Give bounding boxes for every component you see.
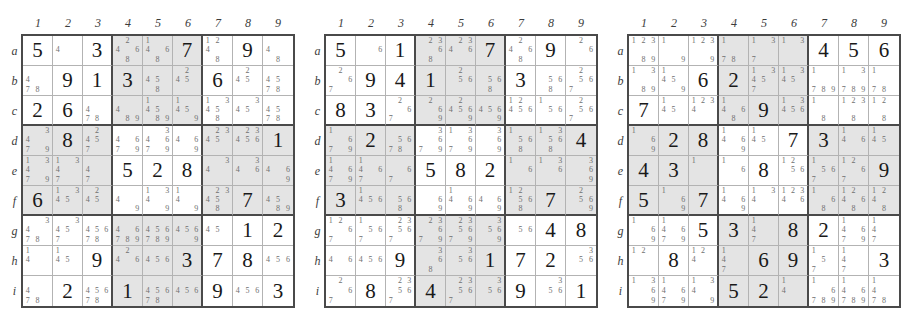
candidate-9: 9 <box>42 175 52 185</box>
cell-a9[interactable]: 48 <box>263 36 293 66</box>
candidate-1: 1 <box>326 156 336 166</box>
cell-f5[interactable]: 1349 <box>143 186 173 216</box>
cell-a1[interactable]: 12389 <box>629 36 659 66</box>
cell-g6[interactable]: 3569 <box>476 216 506 246</box>
cell-b9[interactable]: 2567 <box>566 66 596 96</box>
cell-i2[interactable]: 8 <box>356 276 386 306</box>
cell-g7[interactable]: 56 <box>506 216 536 246</box>
candidate-empty <box>759 85 769 95</box>
cell-f5[interactable]: 1469 <box>446 186 476 216</box>
cell-f7[interactable]: 12568 <box>506 186 536 216</box>
cell-e8[interactable]: 136 <box>536 156 566 186</box>
cell-b2[interactable]: 9 <box>53 66 83 96</box>
cell-a6[interactable]: 7 <box>173 36 203 66</box>
candidate-empty <box>759 205 769 214</box>
cell-b9[interactable]: 178 <box>869 66 899 96</box>
cell-g6[interactable]: 8 <box>779 216 809 246</box>
cell-a4[interactable]: 2368 <box>416 36 446 66</box>
cell-e6[interactable]: 8 <box>173 156 203 186</box>
cell-g9[interactable]: 147 <box>869 216 899 246</box>
cell-b3[interactable]: 4 <box>386 66 416 96</box>
cell-g5[interactable]: 235679 <box>446 216 476 246</box>
candidate-empty <box>243 296 253 306</box>
cell-d4[interactable]: 1469 <box>719 126 749 156</box>
cell-d5[interactable]: 13679 <box>446 126 476 156</box>
cell-e2[interactable]: 1347 <box>53 156 83 186</box>
cell-h3[interactable]: 9 <box>386 246 416 276</box>
cell-f6[interactable]: 12346 <box>779 186 809 216</box>
cell-i2[interactable]: 14679 <box>659 276 689 306</box>
candidate-empty <box>375 246 385 256</box>
cell-e7[interactable]: 1567 <box>809 156 839 186</box>
candidate-1: 1 <box>869 126 879 136</box>
cell-h1[interactable]: 12 <box>629 246 659 276</box>
cell-i5[interactable]: 2 <box>749 276 779 306</box>
cell-f9[interactable]: 4589 <box>263 186 293 216</box>
cell-c1[interactable]: 7 <box>629 96 659 126</box>
candidate-empty <box>283 76 293 86</box>
cell-c9[interactable]: 2567 <box>566 96 596 126</box>
cell-a6[interactable]: 13 <box>779 36 809 66</box>
cell-b7[interactable]: 6 <box>203 66 233 96</box>
cell-f2[interactable]: 1456 <box>356 186 386 216</box>
cell-c8[interactable]: 345 <box>233 96 263 126</box>
cell-f4[interactable]: 69 <box>416 186 446 216</box>
cell-c3[interactable]: 267 <box>386 96 416 126</box>
cell-e5[interactable]: 2 <box>143 156 173 186</box>
cell-f9[interactable]: 2569 <box>566 186 596 216</box>
cell-e4[interactable]: 5 <box>416 156 446 186</box>
cell-f4[interactable]: 1469 <box>719 186 749 216</box>
candidate-empty <box>566 46 576 56</box>
cell-d7[interactable]: 1568 <box>506 126 536 156</box>
cell-g1[interactable]: 169 <box>629 216 659 246</box>
cell-d4[interactable]: 3679 <box>416 126 446 156</box>
cell-b6[interactable]: 245 <box>173 66 203 96</box>
cell-e9[interactable]: 9 <box>869 156 899 186</box>
candidate-5: 5 <box>456 286 466 296</box>
cell-i4[interactable]: 1 <box>113 276 143 306</box>
cell-f8[interactable]: 12468 <box>839 186 869 216</box>
cell-a7[interactable]: 4 <box>809 36 839 66</box>
candidate-empty <box>759 36 769 46</box>
cell-g5[interactable]: 147 <box>749 216 779 246</box>
cell-b2[interactable]: 1459 <box>659 66 689 96</box>
cell-c6[interactable]: 4569 <box>476 96 506 126</box>
cell-b1[interactable]: 478 <box>23 66 53 96</box>
cell-d2[interactable]: 8 <box>53 126 83 156</box>
cell-a7[interactable]: 2468 <box>506 36 536 66</box>
cell-a8[interactable]: 5 <box>839 36 869 66</box>
cell-d8[interactable]: 23456 <box>233 126 263 156</box>
cell-e2[interactable]: 1467 <box>356 156 386 186</box>
cell-d8[interactable]: 13568 <box>536 126 566 156</box>
cell-h9[interactable]: 456 <box>263 246 293 276</box>
cell-e4[interactable]: 16 <box>719 156 749 186</box>
cell-i5[interactable]: 23567 <box>446 276 476 306</box>
cell-b8[interactable]: 568 <box>536 66 566 96</box>
cell-c5[interactable]: 14589 <box>143 96 173 126</box>
candidate-empty <box>273 156 283 166</box>
candidate-empty <box>719 145 729 155</box>
candidate-empty <box>869 115 879 124</box>
cell-h1[interactable]: 46 <box>326 246 356 276</box>
big-digit: 7 <box>536 186 565 214</box>
cell-a3[interactable]: 3 <box>83 36 113 66</box>
cell-i4[interactable]: 4 <box>416 276 446 306</box>
cell-c7[interactable]: 12456 <box>506 96 536 126</box>
cell-c4[interactable]: 489 <box>113 96 143 126</box>
candidate-empty <box>113 96 123 105</box>
cell-a9[interactable]: 6 <box>869 36 899 66</box>
cell-b3[interactable]: 1 <box>83 66 113 96</box>
candidate-empty <box>435 186 445 195</box>
candidate-5: 5 <box>485 286 494 296</box>
cell-b5[interactable]: 256 <box>446 66 476 96</box>
cell-g7[interactable]: 45 <box>203 216 233 246</box>
cell-d2[interactable]: 2 <box>659 126 689 156</box>
cell-c1[interactable]: 8 <box>326 96 356 126</box>
cell-c2[interactable]: 6 <box>53 96 83 126</box>
cell-c9[interactable]: 4578 <box>263 96 293 126</box>
cell-a8[interactable]: 9 <box>233 36 263 66</box>
cell-c8[interactable]: 156 <box>536 96 566 126</box>
cell-e9[interactable]: 469 <box>263 156 293 186</box>
candidate-4: 4 <box>749 76 759 86</box>
cell-i2[interactable]: 2 <box>53 276 83 306</box>
candidate-2: 2 <box>456 66 466 76</box>
candidate-empty <box>426 246 436 256</box>
cell-b4[interactable]: 3 <box>113 66 143 96</box>
cell-e1[interactable]: 13479 <box>23 156 53 186</box>
cell-e7[interactable]: 34 <box>203 156 233 186</box>
candidate-empty <box>426 226 436 236</box>
cell-a1[interactable]: 5 <box>23 36 53 66</box>
cell-h5[interactable]: 356 <box>446 246 476 276</box>
cell-a3[interactable]: 1239 <box>689 36 719 66</box>
cell-a1[interactable]: 5 <box>326 36 356 66</box>
cell-f6[interactable]: 469 <box>476 186 506 216</box>
cell-i8[interactable]: 146789 <box>839 276 869 306</box>
pencil-marks: 149 <box>173 186 201 214</box>
cell-h4[interactable]: 368 <box>416 246 446 276</box>
cell-h4[interactable]: 147 <box>719 246 749 276</box>
cell-d3[interactable]: 5678 <box>386 126 416 156</box>
cell-i3[interactable]: 1349 <box>689 276 719 306</box>
cell-e2[interactable]: 3 <box>659 156 689 186</box>
cell-b9[interactable]: 4578 <box>263 66 293 96</box>
cell-b7[interactable]: 3 <box>506 66 536 96</box>
cell-i3[interactable]: 45678 <box>83 276 113 306</box>
cell-b4[interactable]: 1 <box>416 66 446 96</box>
cell-b8[interactable]: 13789 <box>839 66 869 96</box>
pencil-marks: 46 <box>326 246 355 275</box>
cell-a3[interactable]: 1 <box>386 36 416 66</box>
candidate-6: 6 <box>495 76 504 86</box>
cell-h8[interactable]: 8 <box>233 246 263 276</box>
candidate-5: 5 <box>516 195 526 204</box>
cell-a5[interactable]: 2346 <box>446 36 476 66</box>
cell-c4[interactable]: 1468 <box>719 96 749 126</box>
cell-i7[interactable]: 16789 <box>809 276 839 306</box>
cell-d6[interactable]: 369 <box>476 126 506 156</box>
col-label-2: 2 <box>53 12 83 34</box>
cell-d4[interactable]: 4679 <box>113 126 143 156</box>
candidate-4: 4 <box>659 76 669 86</box>
candidate-empty <box>576 265 586 275</box>
cell-c5[interactable]: 9 <box>749 96 779 126</box>
cell-h3[interactable]: 9 <box>83 246 113 276</box>
cell-d7[interactable]: 3 <box>809 126 839 156</box>
cell-f7[interactable]: 168 <box>809 186 839 216</box>
cell-b2[interactable]: 9 <box>356 66 386 96</box>
cell-c4[interactable]: 269 <box>416 96 446 126</box>
candidate-empty <box>203 186 213 195</box>
candidate-8: 8 <box>92 235 101 245</box>
cell-b3[interactable]: 6 <box>689 66 719 96</box>
cell-d3[interactable]: 8 <box>689 126 719 156</box>
cell-f1[interactable]: 3 <box>326 186 356 216</box>
cell-h8[interactable]: 147 <box>839 246 869 276</box>
cell-f3[interactable]: 7 <box>689 186 719 216</box>
pencil-marks: 45 <box>203 216 232 245</box>
cell-d5[interactable]: 34679 <box>143 126 173 156</box>
cell-g4[interactable]: 23679 <box>416 216 446 246</box>
candidate-empty <box>173 66 182 76</box>
cell-b6[interactable]: 568 <box>476 66 506 96</box>
cell-g9[interactable]: 2 <box>263 216 293 246</box>
cell-i6[interactable]: 14 <box>779 276 809 306</box>
cell-a5[interactable]: 137 <box>749 36 779 66</box>
cell-f5[interactable]: 134 <box>749 186 779 216</box>
cell-c7[interactable]: 18 <box>809 96 839 126</box>
cell-e3[interactable]: 1 <box>689 156 719 186</box>
pencil-marks: 4578 <box>263 96 293 124</box>
cell-i8[interactable]: 456 <box>233 276 263 306</box>
cell-h9[interactable]: 3 <box>869 246 899 276</box>
cell-f2[interactable]: 169 <box>659 186 689 216</box>
cell-h7[interactable]: 157 <box>809 246 839 276</box>
cell-c2[interactable]: 3 <box>356 96 386 126</box>
cell-g7[interactable]: 2 <box>809 216 839 246</box>
cell-b1[interactable]: 267 <box>326 66 356 96</box>
cell-i7[interactable]: 9 <box>203 276 233 306</box>
big-digit: 9 <box>506 276 535 306</box>
cell-f8[interactable]: 7 <box>233 186 263 216</box>
cell-h4[interactable]: 246 <box>113 246 143 276</box>
cell-g8[interactable]: 14679 <box>839 216 869 246</box>
cell-d6[interactable]: 469 <box>173 126 203 156</box>
candidate-6: 6 <box>648 226 658 236</box>
cell-c9[interactable]: 128 <box>869 96 899 126</box>
cell-e8[interactable]: 346 <box>233 156 263 186</box>
candidate-2: 2 <box>698 36 707 46</box>
cell-f3[interactable]: 568 <box>386 186 416 216</box>
cell-g1[interactable]: 1267 <box>326 216 356 246</box>
cell-d2[interactable]: 2 <box>356 126 386 156</box>
cell-a2[interactable]: 19 <box>659 36 689 66</box>
cell-h9[interactable]: 356 <box>566 246 596 276</box>
cell-h7[interactable]: 7 <box>203 246 233 276</box>
cell-d1[interactable]: 3479 <box>23 126 53 156</box>
cell-i9[interactable]: 3 <box>263 276 293 306</box>
cell-h5[interactable]: 6 <box>749 246 779 276</box>
cell-h2[interactable]: 456 <box>356 246 386 276</box>
candidate-empty <box>546 156 556 166</box>
cell-g3[interactable]: 45678 <box>83 216 113 246</box>
cell-e6[interactable]: 2 <box>476 156 506 186</box>
candidate-3: 3 <box>798 96 807 105</box>
cell-i1[interactable]: 1369 <box>629 276 659 306</box>
cell-i1[interactable]: 267 <box>326 276 356 306</box>
cell-f1[interactable]: 5 <box>629 186 659 216</box>
cell-g4[interactable]: 46789 <box>113 216 143 246</box>
cell-a2[interactable]: 6 <box>356 36 386 66</box>
candidate-4: 4 <box>83 105 92 114</box>
cell-i9[interactable]: 1 <box>566 276 596 306</box>
cell-c6[interactable]: 13456 <box>779 96 809 126</box>
cell-g8[interactable]: 4 <box>536 216 566 246</box>
cell-b8[interactable]: 245 <box>233 66 263 96</box>
candidate-empty <box>23 66 33 76</box>
cell-h3[interactable]: 124 <box>689 246 719 276</box>
cell-c6[interactable]: 1459 <box>173 96 203 126</box>
candidate-empty <box>456 296 466 306</box>
cell-b5[interactable]: 13457 <box>749 66 779 96</box>
cell-i9[interactable]: 1478 <box>869 276 899 306</box>
cell-c1[interactable]: 2 <box>23 96 53 126</box>
cell-f4[interactable]: 49 <box>113 186 143 216</box>
cell-f7[interactable]: 23458 <box>203 186 233 216</box>
cell-f6[interactable]: 149 <box>173 186 203 216</box>
candidate-empty <box>525 55 535 65</box>
cell-a8[interactable]: 9 <box>536 36 566 66</box>
cell-h6[interactable]: 3 <box>173 246 203 276</box>
cell-f8[interactable]: 7 <box>536 186 566 216</box>
candidate-empty <box>729 265 739 275</box>
cell-i4[interactable]: 5 <box>719 276 749 306</box>
cell-f2[interactable]: 1345 <box>53 186 83 216</box>
cell-h5[interactable]: 456 <box>143 246 173 276</box>
sudoku-board-1: 5432468146871248948478913458245624545782… <box>21 34 295 308</box>
cell-d1[interactable]: 1679 <box>326 126 356 156</box>
cell-c7[interactable]: 13458 <box>203 96 233 126</box>
cell-e7[interactable]: 16 <box>506 156 536 186</box>
cell-i6[interactable]: 456 <box>173 276 203 306</box>
cell-i8[interactable]: 356 <box>536 276 566 306</box>
cell-a9[interactable]: 26 <box>566 36 596 66</box>
cell-i3[interactable]: 23567 <box>386 276 416 306</box>
cell-e3[interactable]: 47 <box>83 156 113 186</box>
candidate-empty <box>879 216 889 226</box>
cell-f1[interactable]: 6 <box>23 186 53 216</box>
cell-h1[interactable]: 14 <box>23 246 53 276</box>
candidate-1: 1 <box>809 186 819 195</box>
cell-a4[interactable]: 178 <box>719 36 749 66</box>
cell-c3[interactable]: 478 <box>83 96 113 126</box>
cell-d9[interactable]: 4 <box>566 126 596 156</box>
cell-a2[interactable]: 4 <box>53 36 83 66</box>
cell-e5[interactable]: 8 <box>749 156 779 186</box>
cell-d8[interactable]: 146 <box>839 126 869 156</box>
cell-d5[interactable]: 145 <box>749 126 779 156</box>
cell-e8[interactable]: 1267 <box>839 156 869 186</box>
candidate-4: 4 <box>779 105 788 114</box>
candidate-empty <box>53 205 63 214</box>
cell-a5[interactable]: 1468 <box>143 36 173 66</box>
candidate-4: 4 <box>143 136 153 146</box>
cell-c5[interactable]: 24569 <box>446 96 476 126</box>
cell-h6[interactable]: 9 <box>779 246 809 276</box>
cell-i6[interactable]: 356 <box>476 276 506 306</box>
cell-b4[interactable]: 2 <box>719 66 749 96</box>
cell-g2[interactable]: 14679 <box>659 216 689 246</box>
cell-a4[interactable]: 2468 <box>113 36 143 66</box>
cell-g3[interactable]: 23567 <box>386 216 416 246</box>
cell-d9[interactable]: 1 <box>263 126 293 156</box>
cell-e1[interactable]: 14679 <box>326 156 356 186</box>
candidate-empty <box>639 276 649 286</box>
cell-b6[interactable]: 1345 <box>779 66 809 96</box>
cell-e4[interactable]: 5 <box>113 156 143 186</box>
cell-g2[interactable]: 3457 <box>53 216 83 246</box>
cell-i5[interactable]: 45678 <box>143 276 173 306</box>
candidate-6: 6 <box>375 226 385 236</box>
candidate-empty <box>495 96 504 105</box>
cell-h2[interactable]: 8 <box>659 246 689 276</box>
cell-e1[interactable]: 4 <box>629 156 659 186</box>
cell-i7[interactable]: 9 <box>506 276 536 306</box>
cell-e9[interactable]: 369 <box>566 156 596 186</box>
candidate-empty <box>566 205 576 214</box>
cell-g2[interactable]: 1567 <box>356 216 386 246</box>
cell-h8[interactable]: 2 <box>536 246 566 276</box>
cell-f3[interactable]: 245 <box>83 186 113 216</box>
cell-g8[interactable]: 1 <box>233 216 263 246</box>
cell-c3[interactable]: 1234 <box>689 96 719 126</box>
cell-d7[interactable]: 2345 <box>203 126 233 156</box>
cell-e6[interactable]: 1256 <box>779 156 809 186</box>
cell-g3[interactable]: 5 <box>689 216 719 246</box>
cell-e3[interactable]: 67 <box>386 156 416 186</box>
candidate-empty <box>153 66 163 76</box>
cell-i1[interactable]: 478 <box>23 276 53 306</box>
cell-f9[interactable]: 1248 <box>869 186 899 216</box>
cell-g9[interactable]: 8 <box>566 216 596 246</box>
cell-g4[interactable]: 3 <box>719 216 749 246</box>
candidate-4: 4 <box>53 226 63 236</box>
cell-g5[interactable]: 456789 <box>143 216 173 246</box>
cell-d1[interactable]: 169 <box>629 126 659 156</box>
cell-h6[interactable]: 1 <box>476 246 506 276</box>
cell-e5[interactable]: 8 <box>446 156 476 186</box>
cell-b1[interactable]: 1389 <box>629 66 659 96</box>
cell-g6[interactable]: 4569 <box>173 216 203 246</box>
cell-a7[interactable]: 1248 <box>203 36 233 66</box>
cell-b5[interactable]: 458 <box>143 66 173 96</box>
cell-d9[interactable]: 145 <box>869 126 899 156</box>
cell-g1[interactable]: 3478 <box>23 216 53 246</box>
cell-c8[interactable]: 1238 <box>839 96 869 126</box>
cell-h2[interactable]: 145 <box>53 246 83 276</box>
big-digit: 6 <box>749 246 778 275</box>
cell-a6[interactable]: 7 <box>476 36 506 66</box>
cell-d6[interactable]: 7 <box>779 126 809 156</box>
cell-b7[interactable]: 1789 <box>809 66 839 96</box>
cell-c2[interactable]: 145 <box>659 96 689 126</box>
cell-d3[interactable]: 2457 <box>83 126 113 156</box>
cell-h7[interactable]: 7 <box>506 246 536 276</box>
